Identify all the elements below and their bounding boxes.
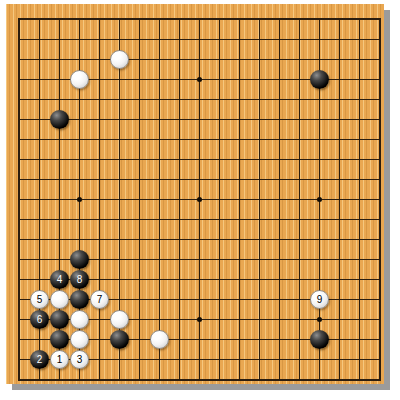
stone-move-number: 5	[37, 295, 43, 305]
stone-move-number: 2	[37, 355, 43, 365]
white-stone-move-5: 5	[30, 290, 50, 310]
black-stone	[50, 310, 70, 330]
black-stone	[310, 70, 330, 90]
white-stone	[70, 70, 90, 90]
black-stone-glyph	[310, 330, 329, 349]
white-stone-glyph: 1	[50, 350, 69, 369]
go-board-screenshot: 485796213	[0, 0, 400, 400]
black-stone	[110, 330, 130, 350]
black-stone-glyph: 6	[30, 310, 49, 329]
stone-move-number: 3	[77, 355, 83, 365]
black-stone-glyph	[50, 110, 69, 129]
black-stone-move-4: 4	[50, 270, 70, 290]
black-stone-move-6: 6	[30, 310, 50, 330]
white-stone-glyph	[70, 70, 89, 89]
white-stone-glyph	[110, 50, 129, 69]
white-stone-move-3: 3	[70, 350, 90, 370]
stone-move-number: 9	[317, 295, 323, 305]
white-stone	[150, 330, 170, 350]
black-stone-glyph	[70, 290, 89, 309]
white-stone-glyph	[110, 310, 129, 329]
white-stone-glyph	[150, 330, 169, 349]
stone-move-number: 4	[57, 275, 63, 285]
stone-move-number: 7	[97, 295, 103, 305]
black-stone-glyph	[110, 330, 129, 349]
white-stone	[70, 310, 90, 330]
black-stone-glyph	[310, 70, 329, 89]
black-stone-glyph: 4	[50, 270, 69, 289]
black-stone-glyph	[70, 250, 89, 269]
black-stone-glyph: 2	[30, 350, 49, 369]
stone-move-number: 8	[77, 275, 83, 285]
white-stone	[70, 330, 90, 350]
stone-move-number: 6	[37, 315, 43, 325]
white-stone-move-7: 7	[90, 290, 110, 310]
white-stone	[110, 310, 130, 330]
white-stone	[110, 50, 130, 70]
white-stone-glyph	[50, 290, 69, 309]
white-stone-glyph	[70, 310, 89, 329]
white-stone-glyph: 9	[310, 290, 329, 309]
white-stone	[50, 290, 70, 310]
white-stone-glyph: 7	[90, 290, 109, 309]
black-stone	[50, 330, 70, 350]
go-board[interactable]: 485796213	[6, 4, 384, 384]
stone-move-number: 1	[57, 355, 63, 365]
black-stone	[50, 110, 70, 130]
black-stone-glyph	[50, 330, 69, 349]
black-stone	[310, 330, 330, 350]
black-stone-glyph	[50, 310, 69, 329]
white-stone-glyph: 3	[70, 350, 89, 369]
black-stone	[70, 250, 90, 270]
black-stone	[70, 290, 90, 310]
white-stone-glyph	[70, 330, 89, 349]
white-stone-move-1: 1	[50, 350, 70, 370]
black-stone-move-2: 2	[30, 350, 50, 370]
white-stone-move-9: 9	[310, 290, 330, 310]
black-stone-move-8: 8	[70, 270, 90, 290]
white-stone-glyph: 5	[30, 290, 49, 309]
black-stone-glyph: 8	[70, 270, 89, 289]
stones-grid: 485796213	[10, 10, 390, 390]
